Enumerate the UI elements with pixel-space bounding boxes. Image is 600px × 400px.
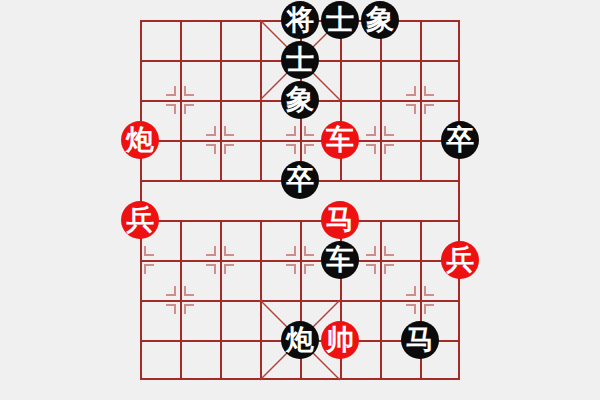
board-cell bbox=[140, 60, 180, 100]
board-cell bbox=[220, 220, 260, 260]
piece-red-soldier[interactable]: 兵 bbox=[441, 241, 479, 279]
piece-black-advisor[interactable]: 士 bbox=[281, 41, 319, 79]
board-cell bbox=[140, 260, 180, 300]
piece-black-soldier[interactable]: 卒 bbox=[281, 161, 319, 199]
piece-black-soldier[interactable]: 卒 bbox=[441, 121, 479, 159]
board-cell bbox=[180, 20, 220, 60]
board-cell bbox=[220, 300, 260, 340]
board-cell bbox=[180, 340, 220, 380]
board-cell bbox=[260, 220, 300, 260]
board-cell bbox=[380, 220, 420, 260]
board-cell bbox=[380, 100, 420, 140]
board-cell bbox=[340, 60, 380, 100]
piece-black-general[interactable]: 将 bbox=[281, 1, 319, 39]
board-cell bbox=[220, 260, 260, 300]
board-cell bbox=[420, 20, 460, 60]
board-cell bbox=[180, 140, 220, 180]
board-cell bbox=[220, 340, 260, 380]
piece-black-elephant[interactable]: 象 bbox=[361, 1, 399, 39]
board-cell bbox=[140, 340, 180, 380]
board-cell bbox=[380, 60, 420, 100]
board-cell bbox=[140, 300, 180, 340]
board-cell bbox=[180, 180, 220, 220]
piece-red-soldier[interactable]: 兵 bbox=[121, 201, 159, 239]
board-cell bbox=[220, 60, 260, 100]
board-cell bbox=[380, 260, 420, 300]
board-cell bbox=[220, 20, 260, 60]
piece-black-advisor[interactable]: 士 bbox=[321, 1, 359, 39]
piece-red-chariot[interactable]: 车 bbox=[321, 121, 359, 159]
board-cell bbox=[380, 180, 420, 220]
board-cell bbox=[420, 60, 460, 100]
board-cell bbox=[140, 20, 180, 60]
board-cell bbox=[260, 260, 300, 300]
board-cell bbox=[420, 180, 460, 220]
board-cell bbox=[180, 100, 220, 140]
board-cell bbox=[220, 180, 260, 220]
board-cell bbox=[380, 140, 420, 180]
board-cell bbox=[180, 220, 220, 260]
board-cell bbox=[220, 140, 260, 180]
board-cell bbox=[180, 60, 220, 100]
piece-black-horse[interactable]: 马 bbox=[401, 321, 439, 359]
piece-red-cannon[interactable]: 炮 bbox=[121, 121, 159, 159]
piece-red-general[interactable]: 帅 bbox=[321, 321, 359, 359]
piece-black-cannon[interactable]: 炮 bbox=[281, 321, 319, 359]
xiangqi-screenshot: 将士象士象炮车卒卒兵马车兵炮帅马 bbox=[0, 0, 600, 400]
board-cell bbox=[180, 300, 220, 340]
board-cell bbox=[220, 100, 260, 140]
piece-red-horse[interactable]: 马 bbox=[321, 201, 359, 239]
board-cell bbox=[180, 260, 220, 300]
piece-black-chariot[interactable]: 车 bbox=[321, 241, 359, 279]
piece-black-elephant[interactable]: 象 bbox=[281, 81, 319, 119]
